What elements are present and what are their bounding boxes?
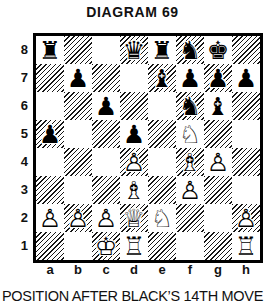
square-d2[interactable]: ♛♕ [120,204,148,232]
square-g4[interactable]: ♟♙ [204,148,232,176]
file-label-f: f [176,263,204,277]
white-pawn: ♟♙ [120,148,148,176]
square-e2[interactable]: ♞♘ [148,204,176,232]
rank-label-5: 5 [8,120,28,148]
square-d6[interactable] [120,92,148,120]
square-c6[interactable]: ♟ [92,92,120,120]
square-c8[interactable] [92,36,120,64]
square-f6[interactable]: ♞ [176,92,204,120]
square-f2[interactable] [176,204,204,232]
square-h4[interactable] [232,148,260,176]
black-pawn: ♟ [64,64,92,92]
square-d1[interactable]: ♜♖ [120,232,148,260]
rank-label-7: 7 [8,64,28,92]
black-knight: ♞ [176,36,204,64]
square-f4[interactable]: ♝♗ [176,148,204,176]
file-label-d: d [120,263,148,277]
white-knight: ♞♘ [176,120,204,148]
chess-board: ♜♛♜♞♚♟♝♟♟♟♟♞♝♟♟♞♘♟♙♝♗♟♙♝♗♟♙♟♙♟♙♟♙♛♕♞♘♟♙♚… [33,33,263,263]
square-a5[interactable]: ♟ [36,120,64,148]
square-c7[interactable] [92,64,120,92]
rank-labels: 87654321 [8,36,28,260]
square-e5[interactable] [148,120,176,148]
square-d7[interactable] [120,64,148,92]
square-g3[interactable] [204,176,232,204]
square-g2[interactable] [204,204,232,232]
square-a7[interactable] [36,64,64,92]
square-b5[interactable] [64,120,92,148]
black-pawn: ♟ [36,120,64,148]
square-a8[interactable]: ♜ [36,36,64,64]
square-h8[interactable] [232,36,260,64]
white-knight: ♞♘ [148,204,176,232]
white-pawn: ♟♙ [176,176,204,204]
file-label-c: c [92,263,120,277]
white-pawn: ♟♙ [92,204,120,232]
black-rook: ♜ [36,36,64,64]
square-h6[interactable] [232,92,260,120]
white-bishop: ♝♗ [120,176,148,204]
black-pawn: ♟ [204,64,232,92]
square-b4[interactable] [64,148,92,176]
square-b6[interactable] [64,92,92,120]
diagram-page: DIAGRAM 69 87654321 ♜♛♜♞♚♟♝♟♟♟♟♞♝♟♟♞♘♟♙♝… [0,0,265,307]
square-g7[interactable]: ♟ [204,64,232,92]
black-king: ♚ [204,36,232,64]
square-h3[interactable] [232,176,260,204]
white-pawn: ♟♙ [232,204,260,232]
file-label-b: b [64,263,92,277]
square-b3[interactable] [64,176,92,204]
file-label-g: g [204,263,232,277]
square-h1[interactable]: ♜♖ [232,232,260,260]
square-c2[interactable]: ♟♙ [92,204,120,232]
file-label-h: h [232,263,260,277]
diagram-caption: POSITION AFTER BLACK’S 14TH MOVE [0,288,265,304]
square-c3[interactable] [92,176,120,204]
white-pawn: ♟♙ [204,148,232,176]
square-c5[interactable] [92,120,120,148]
square-g8[interactable]: ♚ [204,36,232,64]
square-c1[interactable]: ♚♔ [92,232,120,260]
square-a1[interactable] [36,232,64,260]
square-f5[interactable]: ♞♘ [176,120,204,148]
rank-label-2: 2 [8,204,28,232]
white-queen: ♛♕ [120,204,148,232]
diagram-title: DIAGRAM 69 [0,4,265,20]
square-f3[interactable]: ♟♙ [176,176,204,204]
rank-label-8: 8 [8,36,28,64]
rank-label-6: 6 [8,92,28,120]
square-e7[interactable]: ♝ [148,64,176,92]
rank-label-3: 3 [8,176,28,204]
black-bishop: ♝ [148,64,176,92]
white-bishop: ♝♗ [176,148,204,176]
square-a4[interactable] [36,148,64,176]
black-pawn: ♟ [92,92,120,120]
white-king: ♚♔ [92,232,120,260]
square-h7[interactable]: ♟ [232,64,260,92]
square-g5[interactable] [204,120,232,148]
square-e3[interactable] [148,176,176,204]
square-f1[interactable] [176,232,204,260]
square-a6[interactable] [36,92,64,120]
square-e4[interactable] [148,148,176,176]
white-pawn: ♟♙ [64,204,92,232]
file-label-a: a [36,263,64,277]
file-label-e: e [148,263,176,277]
square-e6[interactable] [148,92,176,120]
square-h2[interactable]: ♟♙ [232,204,260,232]
square-f7[interactable]: ♟ [176,64,204,92]
square-g1[interactable] [204,232,232,260]
white-rook: ♜♖ [120,232,148,260]
white-rook: ♜♖ [232,232,260,260]
white-pawn: ♟♙ [36,204,64,232]
square-d4[interactable]: ♟♙ [120,148,148,176]
square-b1[interactable] [64,232,92,260]
black-bishop: ♝ [204,92,232,120]
square-g6[interactable]: ♝ [204,92,232,120]
square-b7[interactable]: ♟ [64,64,92,92]
square-d5[interactable]: ♟ [120,120,148,148]
black-queen: ♛ [120,36,148,64]
square-d3[interactable]: ♝♗ [120,176,148,204]
square-c4[interactable] [92,148,120,176]
black-knight: ♞ [176,92,204,120]
square-b2[interactable]: ♟♙ [64,204,92,232]
square-e8[interactable]: ♜ [148,36,176,64]
black-pawn: ♟ [176,64,204,92]
black-rook: ♜ [148,36,176,64]
rank-label-1: 1 [8,232,28,260]
square-d8[interactable]: ♛ [120,36,148,64]
square-e1[interactable] [148,232,176,260]
square-f8[interactable]: ♞ [176,36,204,64]
black-pawn: ♟ [120,120,148,148]
square-a2[interactable]: ♟♙ [36,204,64,232]
file-labels: abcdefgh [36,263,260,277]
square-b8[interactable] [64,36,92,64]
square-h5[interactable] [232,120,260,148]
square-a3[interactable] [36,176,64,204]
black-pawn: ♟ [232,64,260,92]
rank-label-4: 4 [8,148,28,176]
